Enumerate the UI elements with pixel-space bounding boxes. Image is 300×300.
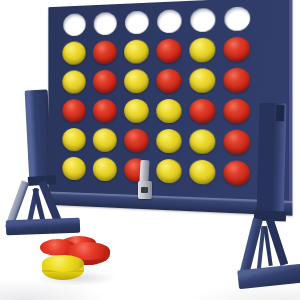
slot-r3c6[interactable] [219,64,254,95]
loose-yellow-disc[interactable] [42,255,84,272]
yellow-disc[interactable] [156,99,181,123]
red-disc[interactable] [156,38,181,63]
empty-hole [224,6,250,31]
slot-r1c3[interactable] [120,6,152,37]
slot-r1c2[interactable] [89,8,120,38]
red-disc[interactable] [93,40,117,64]
slot-r2c5[interactable] [185,34,219,65]
red-disc[interactable] [124,129,149,153]
slot-r1c4[interactable] [152,5,185,36]
yellow-disc[interactable] [124,39,149,63]
left-stand-foot [6,218,80,236]
yellow-disc[interactable] [189,38,215,63]
slot-r1c1[interactable] [59,9,89,39]
yellow-disc[interactable] [156,159,181,184]
yellow-disc[interactable] [189,160,215,185]
red-disc[interactable] [223,160,250,186]
right-stand-post [257,103,287,217]
yellow-disc[interactable] [62,128,85,151]
empty-hole [190,7,215,31]
latch-slot [141,187,148,193]
red-disc[interactable] [223,37,250,62]
slot-r5c4[interactable] [152,126,185,157]
slot-r6c5[interactable] [185,156,219,187]
slot-r5c2[interactable] [89,125,120,155]
empty-hole [125,10,149,34]
yellow-disc[interactable] [189,68,215,93]
red-disc[interactable] [223,99,250,124]
slot-r4c4[interactable] [152,96,185,126]
slot-r2c4[interactable] [152,35,185,66]
yellow-disc[interactable] [124,69,149,93]
yellow-disc[interactable] [62,41,85,65]
red-disc[interactable] [62,99,85,122]
board-assembly [48,0,292,216]
slot-r2c2[interactable] [89,37,120,67]
empty-hole [93,11,116,34]
yellow-disc[interactable] [189,129,215,154]
slot-r4c3[interactable] [120,96,152,126]
slot-r5c3[interactable] [120,126,152,156]
slot-r4c5[interactable] [185,96,219,127]
yellow-disc[interactable] [124,99,149,123]
red-disc[interactable] [223,68,250,93]
slot-r4c2[interactable] [89,96,120,125]
slot-r3c5[interactable] [185,65,219,96]
slot-r1c6[interactable] [219,2,254,34]
slot-r2c1[interactable] [59,38,89,68]
slot-r5c1[interactable] [59,125,89,154]
empty-hole [157,9,181,33]
slot-r2c3[interactable] [120,36,152,66]
slot-r3c4[interactable] [152,66,185,96]
slot-r6c1[interactable] [59,154,89,184]
product-photo-scene [0,0,300,300]
slot-r6c2[interactable] [89,154,120,184]
slot-r1c5[interactable] [185,4,219,36]
slot-r3c1[interactable] [59,67,89,96]
yellow-disc[interactable] [93,128,117,152]
board-grid [59,2,254,189]
red-disc[interactable] [93,99,117,123]
slot-r2c6[interactable] [219,33,254,65]
red-disc[interactable] [156,69,181,93]
release-latch[interactable] [137,160,153,204]
yellow-disc[interactable] [156,129,181,153]
red-disc[interactable] [223,130,250,155]
yellow-disc[interactable] [93,157,117,181]
slot-r3c2[interactable] [89,67,120,97]
empty-hole [63,13,85,36]
yellow-disc[interactable] [62,70,85,93]
slot-r5c5[interactable] [185,126,219,157]
slot-r4c6[interactable] [219,96,254,127]
slot-r3c3[interactable] [120,66,152,96]
yellow-disc[interactable] [62,157,85,181]
red-disc[interactable] [93,70,117,94]
slot-r5c6[interactable] [219,126,254,157]
slot-r4c1[interactable] [59,96,89,125]
red-disc[interactable] [189,99,215,124]
slot-r6c6[interactable] [219,157,254,189]
slot-r6c4[interactable] [152,156,185,187]
